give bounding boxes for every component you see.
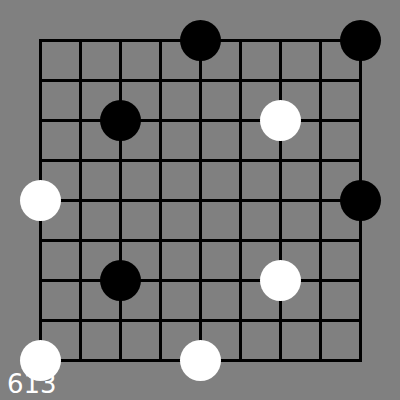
intersection-J7[interactable] (340, 100, 380, 140)
intersection-B2[interactable] (60, 300, 100, 340)
intersection-F3[interactable] (220, 260, 260, 300)
intersection-D8[interactable] (140, 60, 180, 100)
intersection-B5[interactable] (60, 180, 100, 220)
white-stone-G7[interactable] (260, 100, 301, 141)
intersection-D7[interactable] (140, 100, 180, 140)
intersection-G4[interactable] (260, 220, 300, 260)
go-diagram: 613 (0, 0, 400, 400)
intersection-F2[interactable] (220, 300, 260, 340)
intersection-J2[interactable] (340, 300, 380, 340)
intersection-F9[interactable] (220, 20, 260, 60)
intersection-G8[interactable] (260, 60, 300, 100)
intersection-H7[interactable] (300, 100, 340, 140)
intersection-J3[interactable] (340, 260, 380, 300)
intersection-F5[interactable] (220, 180, 260, 220)
intersection-H2[interactable] (300, 300, 340, 340)
intersection-D1[interactable] (140, 340, 180, 380)
black-stone-C3[interactable] (100, 260, 141, 301)
intersection-E3[interactable] (180, 260, 220, 300)
intersection-E9[interactable] (180, 20, 220, 60)
white-stone-G3[interactable] (260, 260, 301, 301)
intersection-A7[interactable] (20, 100, 60, 140)
intersection-H8[interactable] (300, 60, 340, 100)
intersection-D9[interactable] (140, 20, 180, 60)
intersection-A2[interactable] (20, 300, 60, 340)
intersection-F8[interactable] (220, 60, 260, 100)
intersection-C4[interactable] (100, 220, 140, 260)
intersection-G5[interactable] (260, 180, 300, 220)
intersection-A6[interactable] (20, 140, 60, 180)
intersection-G1[interactable] (260, 340, 300, 380)
intersection-G3[interactable] (260, 260, 300, 300)
intersection-F6[interactable] (220, 140, 260, 180)
intersection-J9[interactable] (340, 20, 380, 60)
intersection-B3[interactable] (60, 260, 100, 300)
intersection-A4[interactable] (20, 220, 60, 260)
intersection-J4[interactable] (340, 220, 380, 260)
intersection-D6[interactable] (140, 140, 180, 180)
go-board (20, 20, 380, 380)
intersection-B8[interactable] (60, 60, 100, 100)
intersection-B4[interactable] (60, 220, 100, 260)
intersection-G7[interactable] (260, 100, 300, 140)
intersection-F1[interactable] (220, 340, 260, 380)
intersection-H5[interactable] (300, 180, 340, 220)
intersection-G6[interactable] (260, 140, 300, 180)
intersection-E4[interactable] (180, 220, 220, 260)
intersection-J5[interactable] (340, 180, 380, 220)
intersection-F4[interactable] (220, 220, 260, 260)
intersection-B6[interactable] (60, 140, 100, 180)
intersection-D5[interactable] (140, 180, 180, 220)
white-stone-A5[interactable] (20, 180, 61, 221)
intersection-D2[interactable] (140, 300, 180, 340)
black-stone-C7[interactable] (100, 100, 141, 141)
intersection-C3[interactable] (100, 260, 140, 300)
intersection-B1[interactable] (60, 340, 100, 380)
intersection-C2[interactable] (100, 300, 140, 340)
intersection-J8[interactable] (340, 60, 380, 100)
intersection-F7[interactable] (220, 100, 260, 140)
intersection-C8[interactable] (100, 60, 140, 100)
black-stone-J9[interactable] (340, 20, 381, 61)
intersection-H9[interactable] (300, 20, 340, 60)
intersection-H1[interactable] (300, 340, 340, 380)
intersection-E6[interactable] (180, 140, 220, 180)
intersection-B9[interactable] (60, 20, 100, 60)
black-stone-J5[interactable] (340, 180, 381, 221)
diagram-number-label: 613 (7, 370, 57, 399)
intersection-G9[interactable] (260, 20, 300, 60)
intersection-A9[interactable] (20, 20, 60, 60)
intersection-C7[interactable] (100, 100, 140, 140)
intersection-E2[interactable] (180, 300, 220, 340)
intersection-D3[interactable] (140, 260, 180, 300)
intersection-A3[interactable] (20, 260, 60, 300)
intersection-A8[interactable] (20, 60, 60, 100)
intersection-G2[interactable] (260, 300, 300, 340)
intersection-H4[interactable] (300, 220, 340, 260)
black-stone-E9[interactable] (180, 20, 221, 61)
intersection-E7[interactable] (180, 100, 220, 140)
intersection-J6[interactable] (340, 140, 380, 180)
intersection-C5[interactable] (100, 180, 140, 220)
intersection-A5[interactable] (20, 180, 60, 220)
intersection-C1[interactable] (100, 340, 140, 380)
intersection-C6[interactable] (100, 140, 140, 180)
intersection-J1[interactable] (340, 340, 380, 380)
intersection-H6[interactable] (300, 140, 340, 180)
intersection-C9[interactable] (100, 20, 140, 60)
intersection-D4[interactable] (140, 220, 180, 260)
intersection-E1[interactable] (180, 340, 220, 380)
white-stone-E1[interactable] (180, 340, 221, 381)
intersection-E5[interactable] (180, 180, 220, 220)
intersection-E8[interactable] (180, 60, 220, 100)
intersection-B7[interactable] (60, 100, 100, 140)
intersection-H3[interactable] (300, 260, 340, 300)
